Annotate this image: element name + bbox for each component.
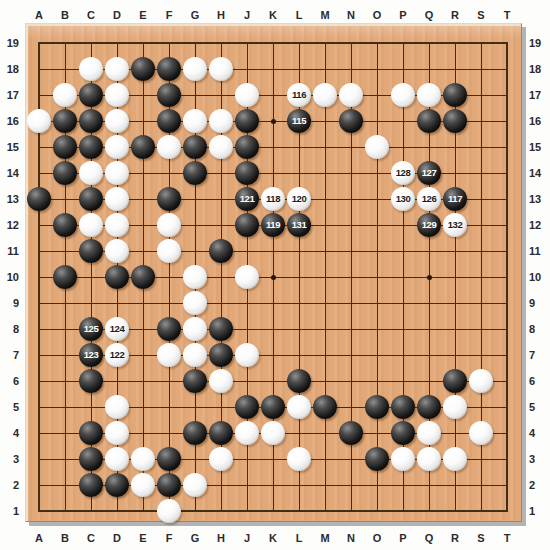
board-point-L9[interactable] xyxy=(286,290,312,316)
board-point-J18[interactable] xyxy=(234,56,260,82)
board-point-C17[interactable] xyxy=(78,82,104,108)
board-point-B8[interactable] xyxy=(52,316,78,342)
board-point-F2[interactable] xyxy=(156,472,182,498)
board-point-D1[interactable] xyxy=(104,498,130,524)
board-point-O12[interactable] xyxy=(364,212,390,238)
board-point-C10[interactable] xyxy=(78,264,104,290)
board-point-M11[interactable] xyxy=(312,238,338,264)
board-point-M12[interactable] xyxy=(312,212,338,238)
board-point-C18[interactable] xyxy=(78,56,104,82)
board-point-K1[interactable] xyxy=(260,498,286,524)
board-point-B15[interactable] xyxy=(52,134,78,160)
board-point-E1[interactable] xyxy=(130,498,156,524)
board-point-Q5[interactable] xyxy=(416,394,442,420)
board-point-G4[interactable] xyxy=(182,420,208,446)
board-point-D13[interactable] xyxy=(104,186,130,212)
board-point-L11[interactable] xyxy=(286,238,312,264)
board-point-L1[interactable] xyxy=(286,498,312,524)
board-point-O18[interactable] xyxy=(364,56,390,82)
board-point-A9[interactable] xyxy=(26,290,52,316)
board-point-N7[interactable] xyxy=(338,342,364,368)
board-point-H3[interactable] xyxy=(208,446,234,472)
board-point-F14[interactable] xyxy=(156,160,182,186)
board-point-C5[interactable] xyxy=(78,394,104,420)
board-point-S14[interactable] xyxy=(468,160,494,186)
board-point-P10[interactable] xyxy=(390,264,416,290)
board-point-B2[interactable] xyxy=(52,472,78,498)
board-point-C8[interactable]: 125 xyxy=(78,316,104,342)
board-point-T10[interactable] xyxy=(494,264,520,290)
board-point-P13[interactable]: 130 xyxy=(390,186,416,212)
board-point-T11[interactable] xyxy=(494,238,520,264)
board-point-A3[interactable] xyxy=(26,446,52,472)
board-point-N19[interactable] xyxy=(338,30,364,56)
board-point-A2[interactable] xyxy=(26,472,52,498)
board-point-D5[interactable] xyxy=(104,394,130,420)
board-point-M17[interactable] xyxy=(312,82,338,108)
board-point-C9[interactable] xyxy=(78,290,104,316)
board-point-J5[interactable] xyxy=(234,394,260,420)
board-point-C12[interactable] xyxy=(78,212,104,238)
board-point-O7[interactable] xyxy=(364,342,390,368)
board-point-N15[interactable] xyxy=(338,134,364,160)
board-point-M10[interactable] xyxy=(312,264,338,290)
board-point-H9[interactable] xyxy=(208,290,234,316)
board-point-M1[interactable] xyxy=(312,498,338,524)
board-point-G16[interactable] xyxy=(182,108,208,134)
board-point-O13[interactable] xyxy=(364,186,390,212)
board-point-R19[interactable] xyxy=(442,30,468,56)
board-point-J13[interactable]: 121 xyxy=(234,186,260,212)
board-point-A1[interactable] xyxy=(26,498,52,524)
board-point-F6[interactable] xyxy=(156,368,182,394)
board-point-J2[interactable] xyxy=(234,472,260,498)
board-point-G19[interactable] xyxy=(182,30,208,56)
board-point-N14[interactable] xyxy=(338,160,364,186)
board-point-N10[interactable] xyxy=(338,264,364,290)
board-point-G7[interactable] xyxy=(182,342,208,368)
board-point-N16[interactable] xyxy=(338,108,364,134)
board-point-T7[interactable] xyxy=(494,342,520,368)
board-point-F12[interactable] xyxy=(156,212,182,238)
board-point-B14[interactable] xyxy=(52,160,78,186)
board-point-L16[interactable]: 115 xyxy=(286,108,312,134)
board-point-G5[interactable] xyxy=(182,394,208,420)
board-point-C16[interactable] xyxy=(78,108,104,134)
board-point-G9[interactable] xyxy=(182,290,208,316)
board-point-C19[interactable] xyxy=(78,30,104,56)
board-point-L17[interactable]: 116 xyxy=(286,82,312,108)
board-point-M8[interactable] xyxy=(312,316,338,342)
board-point-C3[interactable] xyxy=(78,446,104,472)
board-point-B6[interactable] xyxy=(52,368,78,394)
board-point-K13[interactable]: 118 xyxy=(260,186,286,212)
board-point-E3[interactable] xyxy=(130,446,156,472)
board-point-C15[interactable] xyxy=(78,134,104,160)
board-point-F3[interactable] xyxy=(156,446,182,472)
board-point-T3[interactable] xyxy=(494,446,520,472)
board-point-G2[interactable] xyxy=(182,472,208,498)
board-point-T18[interactable] xyxy=(494,56,520,82)
board-point-O17[interactable] xyxy=(364,82,390,108)
board-point-D8[interactable]: 124 xyxy=(104,316,130,342)
board-point-S19[interactable] xyxy=(468,30,494,56)
board-point-J4[interactable] xyxy=(234,420,260,446)
board-point-N1[interactable] xyxy=(338,498,364,524)
board-point-E15[interactable] xyxy=(130,134,156,160)
board-point-M13[interactable] xyxy=(312,186,338,212)
board-point-J7[interactable] xyxy=(234,342,260,368)
board-point-E5[interactable] xyxy=(130,394,156,420)
board-point-R17[interactable] xyxy=(442,82,468,108)
board-point-G14[interactable] xyxy=(182,160,208,186)
board-point-D14[interactable] xyxy=(104,160,130,186)
board-point-R15[interactable] xyxy=(442,134,468,160)
board-point-N17[interactable] xyxy=(338,82,364,108)
board-point-P4[interactable] xyxy=(390,420,416,446)
board-point-G17[interactable] xyxy=(182,82,208,108)
board-point-D15[interactable] xyxy=(104,134,130,160)
board-point-D12[interactable] xyxy=(104,212,130,238)
board-point-P12[interactable] xyxy=(390,212,416,238)
board-point-M6[interactable] xyxy=(312,368,338,394)
board-point-G10[interactable] xyxy=(182,264,208,290)
board-point-R7[interactable] xyxy=(442,342,468,368)
board-point-C14[interactable] xyxy=(78,160,104,186)
board-point-K5[interactable] xyxy=(260,394,286,420)
board-point-A10[interactable] xyxy=(26,264,52,290)
board-point-H16[interactable] xyxy=(208,108,234,134)
board-point-G3[interactable] xyxy=(182,446,208,472)
board-point-R8[interactable] xyxy=(442,316,468,342)
board-point-T1[interactable] xyxy=(494,498,520,524)
board-point-R16[interactable] xyxy=(442,108,468,134)
board-point-L18[interactable] xyxy=(286,56,312,82)
board-point-H2[interactable] xyxy=(208,472,234,498)
board-point-B5[interactable] xyxy=(52,394,78,420)
board-point-S13[interactable] xyxy=(468,186,494,212)
board-point-A19[interactable] xyxy=(26,30,52,56)
board-point-Q10[interactable] xyxy=(416,264,442,290)
board-point-P2[interactable] xyxy=(390,472,416,498)
board-point-K4[interactable] xyxy=(260,420,286,446)
board-point-P15[interactable] xyxy=(390,134,416,160)
board-point-Q13[interactable]: 126 xyxy=(416,186,442,212)
board-point-Q2[interactable] xyxy=(416,472,442,498)
board-point-Q1[interactable] xyxy=(416,498,442,524)
board-point-O5[interactable] xyxy=(364,394,390,420)
board-point-P17[interactable] xyxy=(390,82,416,108)
board-point-L19[interactable] xyxy=(286,30,312,56)
board-point-A7[interactable] xyxy=(26,342,52,368)
board-point-E16[interactable] xyxy=(130,108,156,134)
board-point-H10[interactable] xyxy=(208,264,234,290)
board-point-D16[interactable] xyxy=(104,108,130,134)
board-point-F19[interactable] xyxy=(156,30,182,56)
board-point-A18[interactable] xyxy=(26,56,52,82)
board-point-R2[interactable] xyxy=(442,472,468,498)
board-point-A5[interactable] xyxy=(26,394,52,420)
board-point-K7[interactable] xyxy=(260,342,286,368)
board-point-J15[interactable] xyxy=(234,134,260,160)
board-point-M18[interactable] xyxy=(312,56,338,82)
board-point-E4[interactable] xyxy=(130,420,156,446)
board-point-E17[interactable] xyxy=(130,82,156,108)
board-point-P7[interactable] xyxy=(390,342,416,368)
board-point-M19[interactable] xyxy=(312,30,338,56)
board-point-B9[interactable] xyxy=(52,290,78,316)
board-point-O2[interactable] xyxy=(364,472,390,498)
board-point-C6[interactable] xyxy=(78,368,104,394)
board-point-J14[interactable] xyxy=(234,160,260,186)
board-point-K10[interactable] xyxy=(260,264,286,290)
board-point-O14[interactable] xyxy=(364,160,390,186)
board-point-S7[interactable] xyxy=(468,342,494,368)
board-point-L2[interactable] xyxy=(286,472,312,498)
board-point-D4[interactable] xyxy=(104,420,130,446)
board-point-L5[interactable] xyxy=(286,394,312,420)
board-point-R10[interactable] xyxy=(442,264,468,290)
board-point-F9[interactable] xyxy=(156,290,182,316)
board-point-Q3[interactable] xyxy=(416,446,442,472)
board-point-P19[interactable] xyxy=(390,30,416,56)
board-point-Q6[interactable] xyxy=(416,368,442,394)
board-point-E8[interactable] xyxy=(130,316,156,342)
board-point-Q11[interactable] xyxy=(416,238,442,264)
board-point-O4[interactable] xyxy=(364,420,390,446)
board-point-E2[interactable] xyxy=(130,472,156,498)
board-point-J12[interactable] xyxy=(234,212,260,238)
board-point-B18[interactable] xyxy=(52,56,78,82)
board-point-T5[interactable] xyxy=(494,394,520,420)
board-point-L6[interactable] xyxy=(286,368,312,394)
board-point-F5[interactable] xyxy=(156,394,182,420)
board-point-F8[interactable] xyxy=(156,316,182,342)
board-point-A8[interactable] xyxy=(26,316,52,342)
board-point-F18[interactable] xyxy=(156,56,182,82)
board-point-T9[interactable] xyxy=(494,290,520,316)
board-point-K9[interactable] xyxy=(260,290,286,316)
board-point-M3[interactable] xyxy=(312,446,338,472)
board-point-F13[interactable] xyxy=(156,186,182,212)
board-point-B3[interactable] xyxy=(52,446,78,472)
board-point-E10[interactable] xyxy=(130,264,156,290)
board-point-K18[interactable] xyxy=(260,56,286,82)
board-point-F4[interactable] xyxy=(156,420,182,446)
board-point-K15[interactable] xyxy=(260,134,286,160)
board-point-N6[interactable] xyxy=(338,368,364,394)
board-point-J9[interactable] xyxy=(234,290,260,316)
board-point-R5[interactable] xyxy=(442,394,468,420)
board-point-E11[interactable] xyxy=(130,238,156,264)
board-point-R11[interactable] xyxy=(442,238,468,264)
board-point-L3[interactable] xyxy=(286,446,312,472)
board-point-S8[interactable] xyxy=(468,316,494,342)
board-point-C13[interactable] xyxy=(78,186,104,212)
board-point-A6[interactable] xyxy=(26,368,52,394)
board-point-P8[interactable] xyxy=(390,316,416,342)
board-point-H19[interactable] xyxy=(208,30,234,56)
board-point-D17[interactable] xyxy=(104,82,130,108)
board-point-G13[interactable] xyxy=(182,186,208,212)
board-point-P14[interactable]: 128 xyxy=(390,160,416,186)
board-point-H17[interactable] xyxy=(208,82,234,108)
board-point-Q15[interactable] xyxy=(416,134,442,160)
board-point-G11[interactable] xyxy=(182,238,208,264)
board-point-K19[interactable] xyxy=(260,30,286,56)
board-point-R3[interactable] xyxy=(442,446,468,472)
board-point-S6[interactable] xyxy=(468,368,494,394)
board-point-N13[interactable] xyxy=(338,186,364,212)
board-point-O15[interactable] xyxy=(364,134,390,160)
board-point-J16[interactable] xyxy=(234,108,260,134)
board-point-K6[interactable] xyxy=(260,368,286,394)
board-point-T13[interactable] xyxy=(494,186,520,212)
board-point-Q14[interactable]: 127 xyxy=(416,160,442,186)
board-point-A4[interactable] xyxy=(26,420,52,446)
board-point-G12[interactable] xyxy=(182,212,208,238)
board-point-C7[interactable]: 123 xyxy=(78,342,104,368)
board-point-M9[interactable] xyxy=(312,290,338,316)
board-point-S3[interactable] xyxy=(468,446,494,472)
board-point-B17[interactable] xyxy=(52,82,78,108)
board-point-O3[interactable] xyxy=(364,446,390,472)
board-point-B7[interactable] xyxy=(52,342,78,368)
board-point-R14[interactable] xyxy=(442,160,468,186)
board-point-J11[interactable] xyxy=(234,238,260,264)
board-point-D10[interactable] xyxy=(104,264,130,290)
board-point-H12[interactable] xyxy=(208,212,234,238)
board-point-T19[interactable] xyxy=(494,30,520,56)
board-point-S10[interactable] xyxy=(468,264,494,290)
board-point-K14[interactable] xyxy=(260,160,286,186)
board-point-T2[interactable] xyxy=(494,472,520,498)
board-point-R18[interactable] xyxy=(442,56,468,82)
board-point-G8[interactable] xyxy=(182,316,208,342)
board-point-E7[interactable] xyxy=(130,342,156,368)
board-point-D7[interactable]: 122 xyxy=(104,342,130,368)
board-point-H13[interactable] xyxy=(208,186,234,212)
board-point-G15[interactable] xyxy=(182,134,208,160)
board-point-Q18[interactable] xyxy=(416,56,442,82)
board-point-K12[interactable]: 119 xyxy=(260,212,286,238)
board-point-F10[interactable] xyxy=(156,264,182,290)
board-point-M4[interactable] xyxy=(312,420,338,446)
board-point-P3[interactable] xyxy=(390,446,416,472)
board-point-B13[interactable] xyxy=(52,186,78,212)
board-point-B16[interactable] xyxy=(52,108,78,134)
board-point-Q16[interactable] xyxy=(416,108,442,134)
board-point-N11[interactable] xyxy=(338,238,364,264)
board-point-T17[interactable] xyxy=(494,82,520,108)
board-point-R9[interactable] xyxy=(442,290,468,316)
board-point-O1[interactable] xyxy=(364,498,390,524)
board-point-B4[interactable] xyxy=(52,420,78,446)
board-point-G6[interactable] xyxy=(182,368,208,394)
board-point-O16[interactable] xyxy=(364,108,390,134)
board-point-Q7[interactable] xyxy=(416,342,442,368)
board-point-J6[interactable] xyxy=(234,368,260,394)
board-point-T8[interactable] xyxy=(494,316,520,342)
board-point-L14[interactable] xyxy=(286,160,312,186)
board-point-C1[interactable] xyxy=(78,498,104,524)
board-point-G1[interactable] xyxy=(182,498,208,524)
board-point-A14[interactable] xyxy=(26,160,52,186)
board-point-T12[interactable] xyxy=(494,212,520,238)
board-point-H4[interactable] xyxy=(208,420,234,446)
board-point-K8[interactable] xyxy=(260,316,286,342)
board-point-P16[interactable] xyxy=(390,108,416,134)
board-point-S1[interactable] xyxy=(468,498,494,524)
board-point-T15[interactable] xyxy=(494,134,520,160)
board-point-A15[interactable] xyxy=(26,134,52,160)
board-point-C2[interactable] xyxy=(78,472,104,498)
board-point-H11[interactable] xyxy=(208,238,234,264)
board-point-B10[interactable] xyxy=(52,264,78,290)
board-point-S4[interactable] xyxy=(468,420,494,446)
board-point-O6[interactable] xyxy=(364,368,390,394)
board-point-C4[interactable] xyxy=(78,420,104,446)
board-point-Q4[interactable] xyxy=(416,420,442,446)
board-point-H14[interactable] xyxy=(208,160,234,186)
board-point-S15[interactable] xyxy=(468,134,494,160)
board-point-A12[interactable] xyxy=(26,212,52,238)
board-point-S17[interactable] xyxy=(468,82,494,108)
board-point-T16[interactable] xyxy=(494,108,520,134)
board-point-O11[interactable] xyxy=(364,238,390,264)
board-point-S5[interactable] xyxy=(468,394,494,420)
board-point-K11[interactable] xyxy=(260,238,286,264)
board-point-K16[interactable] xyxy=(260,108,286,134)
board-point-N12[interactable] xyxy=(338,212,364,238)
board-point-H5[interactable] xyxy=(208,394,234,420)
board-point-S2[interactable] xyxy=(468,472,494,498)
board-point-O8[interactable] xyxy=(364,316,390,342)
board-point-D19[interactable] xyxy=(104,30,130,56)
board-point-K2[interactable] xyxy=(260,472,286,498)
board-point-S11[interactable] xyxy=(468,238,494,264)
board-point-J3[interactable] xyxy=(234,446,260,472)
board-point-P1[interactable] xyxy=(390,498,416,524)
board-point-Q9[interactable] xyxy=(416,290,442,316)
board-point-J10[interactable] xyxy=(234,264,260,290)
board-point-K17[interactable] xyxy=(260,82,286,108)
board-point-M15[interactable] xyxy=(312,134,338,160)
board-point-M14[interactable] xyxy=(312,160,338,186)
board-point-P18[interactable] xyxy=(390,56,416,82)
board-point-H8[interactable] xyxy=(208,316,234,342)
board-point-F15[interactable] xyxy=(156,134,182,160)
board-point-N4[interactable] xyxy=(338,420,364,446)
board-point-M16[interactable] xyxy=(312,108,338,134)
board-point-A17[interactable] xyxy=(26,82,52,108)
board-point-B1[interactable] xyxy=(52,498,78,524)
board-point-E19[interactable] xyxy=(130,30,156,56)
board-point-L13[interactable]: 120 xyxy=(286,186,312,212)
board-point-S16[interactable] xyxy=(468,108,494,134)
board-point-L7[interactable] xyxy=(286,342,312,368)
board-point-H6[interactable] xyxy=(208,368,234,394)
board-point-E14[interactable] xyxy=(130,160,156,186)
board-point-L12[interactable]: 131 xyxy=(286,212,312,238)
board-point-T6[interactable] xyxy=(494,368,520,394)
board-point-O19[interactable] xyxy=(364,30,390,56)
board-point-N2[interactable] xyxy=(338,472,364,498)
board-point-R12[interactable]: 132 xyxy=(442,212,468,238)
board-point-T4[interactable] xyxy=(494,420,520,446)
board-point-G18[interactable] xyxy=(182,56,208,82)
board-point-P6[interactable] xyxy=(390,368,416,394)
